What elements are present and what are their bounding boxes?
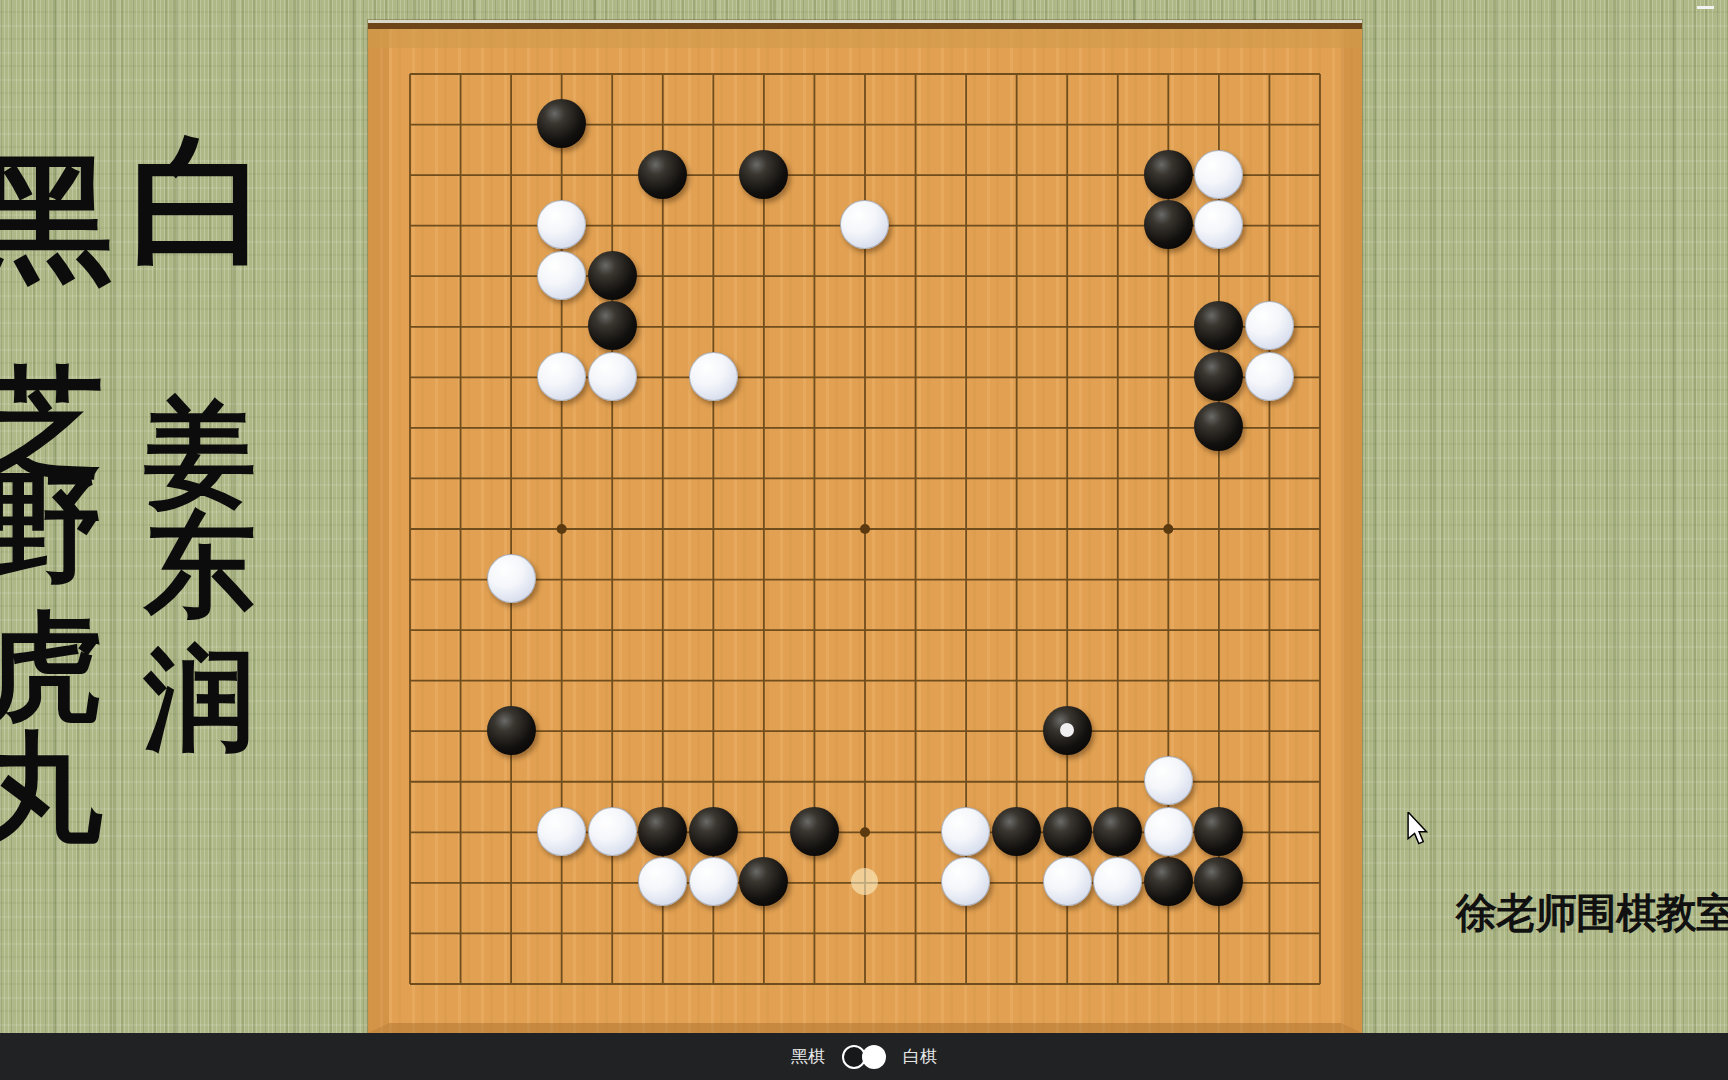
black-stone-R3: [1194, 857, 1243, 906]
black-stone-R4: [1194, 807, 1243, 856]
board-top-edge: [368, 20, 1362, 48]
black-stone-H17: [739, 150, 788, 199]
white-stone-E13: [588, 352, 637, 401]
bottom-toolbar: 黑棋 白棋: [0, 1033, 1728, 1080]
black-stone-O6: [1043, 706, 1092, 755]
white-stone-R16: [1194, 200, 1243, 249]
go-board[interactable]: [368, 20, 1362, 1033]
black-stone-P4: [1093, 807, 1142, 856]
white-stone-M3: [941, 857, 990, 906]
white-stone-R17: [1194, 150, 1243, 199]
black-stone-O4: [1043, 807, 1092, 856]
black-stone-Q17: [1144, 150, 1193, 199]
black-stone-D18: [537, 99, 586, 148]
black-stone-Q16: [1144, 200, 1193, 249]
hover-highlight: [851, 868, 878, 895]
black-stone-E14: [588, 301, 637, 350]
black-stone-Q3: [1144, 857, 1193, 906]
toggle-white-label[interactable]: 白棋: [903, 1045, 937, 1068]
white-stone-G3: [689, 857, 738, 906]
last-move-marker: [1060, 723, 1074, 737]
white-stone-D16: [537, 200, 586, 249]
toggle-black-label[interactable]: 黑棋: [791, 1045, 825, 1068]
white-stone-M4: [941, 807, 990, 856]
white-stone-D4: [537, 807, 586, 856]
black-stone-E15: [588, 251, 637, 300]
white-stone-O3: [1043, 857, 1092, 906]
black-stone-N4: [992, 807, 1041, 856]
white-stone-S14: [1245, 301, 1294, 350]
white-stone-D13: [537, 352, 586, 401]
black-stone-F17: [638, 150, 687, 199]
stone-color-toggle[interactable]: [842, 1044, 886, 1070]
white-stone-D15: [537, 251, 586, 300]
black-stone-R13: [1194, 352, 1243, 401]
black-stone-H3: [739, 857, 788, 906]
white-stone-F3: [638, 857, 687, 906]
minimize-icon[interactable]: [1697, 6, 1714, 9]
white-stone-S13: [1245, 352, 1294, 401]
watermark-text: 徐老师围棋教室: [1456, 886, 1728, 941]
black-stone-J4: [790, 807, 839, 856]
white-stone-E4: [588, 807, 637, 856]
white-stone-G13: [689, 352, 738, 401]
stones-layer[interactable]: [385, 48, 1346, 1009]
white-stone-C9: [487, 554, 536, 603]
white-stone-Q4: [1144, 807, 1193, 856]
white-stone-P3: [1093, 857, 1142, 906]
black-stone-R12: [1194, 402, 1243, 451]
white-stone-Q5: [1144, 756, 1193, 805]
black-stone-R14: [1194, 301, 1243, 350]
black-stone-F4: [638, 807, 687, 856]
toggle-white-circle-icon: [862, 1045, 886, 1069]
white-stone-K16: [840, 200, 889, 249]
mouse-cursor-icon: [1404, 812, 1430, 846]
black-stone-G4: [689, 807, 738, 856]
black-stone-C6: [487, 706, 536, 755]
